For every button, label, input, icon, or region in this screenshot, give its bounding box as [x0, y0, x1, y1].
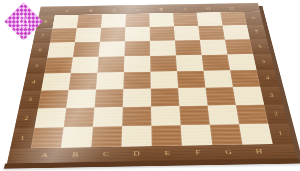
file-label-top-f-label: F [183, 7, 187, 10]
rank-label-right-7-label: 7 [255, 30, 259, 34]
file-label-bottom-a: A [28, 148, 61, 163]
square-b6 [73, 42, 100, 57]
file-label-bottom-d: D [121, 146, 152, 161]
rank-label-right-6-label: 6 [258, 44, 262, 48]
rank-label-left-2-label: 2 [24, 116, 29, 121]
square-e4 [150, 71, 178, 88]
square-f3 [178, 88, 207, 106]
file-label-top-h-label: H [229, 6, 234, 9]
square-a3 [38, 90, 69, 109]
square-b4 [69, 73, 98, 90]
square-g6 [200, 40, 228, 55]
knight-icon: ♘ [15, 13, 30, 30]
square-d6 [124, 41, 150, 56]
square-g8 [197, 12, 223, 26]
rank-label-right-4-label: 4 [265, 76, 269, 80]
square-c5 [97, 56, 124, 72]
file-label-top-g: G [196, 4, 221, 13]
frame-corner [242, 3, 260, 12]
square-b1 [61, 127, 93, 148]
square-d7 [125, 27, 150, 42]
square-h1 [239, 124, 273, 145]
square-f4 [177, 71, 206, 88]
square-f2 [179, 106, 210, 126]
chessboard-product-photo: ♘ ABCDEFGH8877665544332211ABCDEFGH [0, 0, 300, 171]
square-g2 [208, 105, 239, 125]
square-e6 [150, 40, 176, 55]
frame-corner [7, 148, 31, 163]
square-c2 [93, 107, 123, 127]
file-label-top-c-label: C [112, 8, 116, 11]
file-label-bottom-c-label: C [103, 151, 109, 157]
square-c3 [94, 89, 123, 107]
shop-logo: ♘ [3, 1, 43, 41]
square-a1 [31, 127, 64, 148]
square-b7 [75, 28, 101, 43]
square-b5 [71, 57, 99, 73]
file-label-bottom-h-label: H [255, 148, 263, 154]
rank-label-left-3-label: 3 [28, 97, 33, 102]
rank-label-left-6-label: 6 [38, 48, 42, 52]
file-label-bottom-g-label: G [225, 149, 232, 155]
rank-label-left-8-label: 8 [44, 20, 48, 24]
square-a7 [50, 28, 77, 43]
file-label-bottom-b: B [59, 147, 91, 162]
square-f7 [174, 26, 200, 41]
square-h2 [236, 105, 268, 125]
rank-label-left-1-label: 1 [20, 135, 25, 140]
rank-label-right-5-label: 5 [262, 60, 266, 64]
square-e2 [151, 106, 181, 126]
file-label-bottom-f-label: F [195, 150, 201, 156]
square-g1 [210, 124, 243, 145]
square-h5 [227, 54, 256, 70]
square-b8 [77, 14, 102, 28]
square-d1 [121, 126, 151, 147]
square-g4 [204, 70, 233, 87]
square-e8 [149, 13, 174, 27]
square-f8 [173, 13, 198, 27]
square-c1 [91, 126, 122, 147]
file-label-bottom-g: G [212, 145, 245, 160]
rank-label-right-3-label: 3 [269, 93, 274, 98]
file-label-top-b-label: B [89, 8, 93, 11]
file-label-bottom-d-label: D [133, 151, 139, 157]
file-label-bottom-e-label: E [164, 150, 170, 156]
file-label-bottom-e: E [152, 146, 183, 161]
square-f5 [176, 55, 204, 71]
square-f1 [181, 125, 213, 146]
square-h3 [233, 87, 264, 105]
square-h7 [223, 25, 250, 39]
file-label-top-g-label: G [205, 6, 210, 9]
file-label-top-d: D [126, 5, 150, 14]
square-a4 [41, 73, 71, 90]
file-label-bottom-b-label: B [72, 152, 79, 158]
square-d8 [125, 13, 149, 27]
square-c4 [96, 72, 124, 89]
square-a8 [52, 15, 78, 29]
square-c7 [100, 27, 125, 42]
file-label-bottom-c: C [90, 147, 121, 162]
file-label-bottom-h: H [243, 144, 276, 159]
checkered-diamond: ♘ [4, 2, 42, 40]
square-d5 [124, 56, 151, 72]
square-g3 [205, 87, 235, 105]
rank-label-right-8-label: 8 [252, 16, 256, 19]
file-label-top-a-label: A [65, 9, 70, 12]
square-h6 [225, 39, 253, 54]
square-h4 [230, 70, 260, 87]
square-d2 [122, 107, 151, 127]
file-label-bottom-a-label: A [41, 152, 48, 158]
square-e7 [150, 26, 175, 41]
square-c8 [101, 14, 126, 28]
square-g7 [198, 26, 225, 40]
file-label-top-d-label: D [135, 8, 139, 11]
square-a2 [34, 108, 66, 128]
square-f6 [175, 40, 202, 55]
square-c6 [99, 41, 125, 56]
square-b3 [66, 90, 96, 108]
rank-label-left-5-label: 5 [35, 64, 39, 68]
square-e1 [151, 125, 182, 146]
file-label-bottom-f: F [182, 145, 214, 160]
square-g5 [202, 54, 230, 70]
square-d4 [123, 72, 150, 89]
square-h8 [220, 12, 247, 26]
rank-label-right-1-label: 1 [278, 131, 283, 136]
rank-label-left-4-label: 4 [31, 80, 35, 84]
square-a6 [47, 42, 75, 57]
square-b2 [64, 108, 95, 128]
chessboard: ABCDEFGH8877665544332211ABCDEFGH [7, 3, 297, 164]
file-label-top-e-label: E [159, 7, 163, 10]
square-d3 [123, 89, 151, 107]
rank-label-right-2-label: 2 [274, 111, 279, 116]
square-a5 [44, 57, 73, 73]
square-e3 [151, 88, 180, 106]
square-e5 [150, 55, 177, 71]
